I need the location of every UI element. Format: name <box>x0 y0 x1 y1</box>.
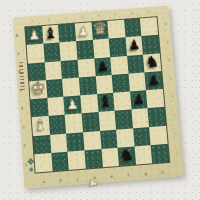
square-a8[interactable]: ♟ <box>25 26 43 45</box>
file-label: b <box>40 17 57 22</box>
square-h5[interactable]: ♟ <box>145 71 163 90</box>
square-e3[interactable] <box>98 111 116 131</box>
black-knight[interactable]: ♞ <box>119 147 134 163</box>
file-label: g <box>137 171 154 176</box>
table-photo: ❖ ❖ abcdefgh abcdefgh 87654321 87654321 … <box>0 0 200 200</box>
white-pawn[interactable]: ♟ <box>77 24 90 38</box>
square-h4[interactable] <box>146 89 164 108</box>
black-pawn[interactable]: ♟ <box>128 38 141 52</box>
rank-label: 1 <box>175 144 179 163</box>
square-d3[interactable] <box>82 112 100 132</box>
square-b3[interactable] <box>48 115 66 135</box>
file-label: e <box>90 13 107 18</box>
square-b8[interactable]: ♝ <box>42 25 60 44</box>
square-a3[interactable]: ♝ <box>32 116 50 136</box>
square-f3[interactable] <box>115 110 133 130</box>
square-f5[interactable] <box>112 73 130 92</box>
square-h8[interactable] <box>140 17 158 36</box>
square-d1[interactable] <box>84 149 102 169</box>
file-label: f <box>107 12 124 17</box>
square-g7[interactable]: ♟ <box>125 36 143 55</box>
square-h6[interactable]: ♞ <box>143 53 161 72</box>
square-b2[interactable] <box>50 133 68 153</box>
square-f7[interactable] <box>109 38 127 57</box>
file-labels-bottom: abcdefgh <box>35 170 171 185</box>
square-c7[interactable] <box>60 41 78 60</box>
square-d5[interactable] <box>79 76 97 95</box>
square-h1[interactable] <box>151 144 169 164</box>
rank-label: 8 <box>164 15 168 33</box>
square-f8[interactable] <box>107 20 125 39</box>
file-label: e <box>103 174 120 179</box>
square-b4[interactable] <box>47 97 65 116</box>
file-label: h <box>140 9 157 14</box>
square-g2[interactable] <box>133 127 151 147</box>
square-d8[interactable]: ♟ <box>75 22 93 41</box>
white-pawn[interactable]: ♟ <box>28 28 40 42</box>
square-d4[interactable] <box>80 94 98 113</box>
file-label: b <box>52 178 69 183</box>
board-grid: ♟♝♟♛♟♟♞♚♟♟♝♟♝♞ <box>24 16 170 174</box>
square-g1[interactable] <box>134 145 152 165</box>
square-e1[interactable] <box>101 148 119 168</box>
square-g5[interactable] <box>128 72 146 91</box>
square-e7[interactable] <box>92 39 110 58</box>
square-e2[interactable] <box>100 129 118 149</box>
square-f4[interactable] <box>113 92 131 111</box>
square-d2[interactable] <box>83 131 101 151</box>
square-f1[interactable]: ♞ <box>118 146 136 166</box>
square-e6[interactable]: ♟ <box>94 57 112 76</box>
rank-label: 4 <box>170 88 174 107</box>
square-g3[interactable] <box>131 108 149 128</box>
square-d7[interactable] <box>76 40 94 59</box>
file-label: h <box>154 170 171 175</box>
square-a1[interactable] <box>34 153 52 173</box>
square-b7[interactable] <box>43 43 61 62</box>
square-e8[interactable]: ♛ <box>91 21 109 40</box>
rank-label: 4 <box>20 100 24 119</box>
black-bishop[interactable]: ♝ <box>43 26 57 42</box>
rank-label: 3 <box>172 107 176 126</box>
square-c6[interactable] <box>61 59 79 78</box>
rank-label: 7 <box>17 45 21 63</box>
file-label: d <box>74 14 91 19</box>
square-c8[interactable] <box>58 24 76 43</box>
square-a2[interactable] <box>33 134 51 154</box>
black-pawn[interactable]: ♟ <box>96 59 109 73</box>
square-b5[interactable] <box>46 79 64 98</box>
square-b1[interactable] <box>51 151 69 171</box>
square-c5[interactable] <box>62 77 80 96</box>
file-label: f <box>120 173 137 178</box>
chess-mat: ❖ ❖ abcdefgh abcdefgh 87654321 87654321 … <box>13 5 184 188</box>
captured-white-pawn[interactable]: ♟ <box>88 178 101 190</box>
square-g6[interactable] <box>127 54 145 73</box>
rank-label: 2 <box>173 125 177 144</box>
white-king[interactable]: ♚ <box>30 80 46 98</box>
black-pawn[interactable]: ♟ <box>147 73 160 87</box>
square-b6[interactable] <box>44 61 62 80</box>
square-a5[interactable]: ♚ <box>29 80 47 99</box>
file-label: c <box>57 16 74 21</box>
white-bishop[interactable]: ♝ <box>33 117 48 133</box>
square-a7[interactable] <box>27 44 45 63</box>
rank-label: 6 <box>167 52 171 70</box>
rank-label: 3 <box>22 118 26 137</box>
square-c2[interactable] <box>66 132 84 152</box>
rank-label: 7 <box>165 33 169 51</box>
square-c1[interactable] <box>68 150 86 170</box>
square-c4[interactable]: ♟ <box>64 95 82 114</box>
file-label: a <box>24 18 41 23</box>
rank-label: 2 <box>23 137 27 156</box>
square-h3[interactable] <box>148 107 166 127</box>
file-label: c <box>69 177 86 182</box>
square-c3[interactable] <box>65 114 83 134</box>
rank-label: 8 <box>15 27 19 45</box>
square-h2[interactable] <box>149 125 167 145</box>
black-pawn[interactable]: ♟ <box>132 92 145 106</box>
square-g8[interactable] <box>124 18 142 37</box>
square-f6[interactable] <box>110 55 128 74</box>
square-e4[interactable]: ♝ <box>97 93 115 112</box>
white-pawn[interactable]: ♟ <box>66 97 79 111</box>
black-bishop[interactable]: ♝ <box>98 94 113 110</box>
square-d6[interactable] <box>77 58 95 77</box>
file-label: a <box>35 179 52 184</box>
white-queen[interactable]: ♛ <box>92 21 108 39</box>
square-g4[interactable]: ♟ <box>130 90 148 109</box>
edge-brand-print <box>18 62 24 90</box>
black-knight[interactable]: ♞ <box>145 54 160 70</box>
rank-label: 5 <box>169 70 173 88</box>
file-label: g <box>124 11 141 16</box>
